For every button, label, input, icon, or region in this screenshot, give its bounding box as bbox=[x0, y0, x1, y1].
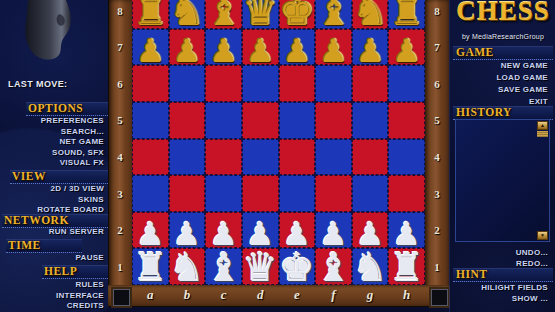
square-e3[interactable] bbox=[279, 175, 316, 212]
menu-item-preferences[interactable]: PREFERENCES bbox=[0, 116, 108, 125]
black-pawn-piece[interactable]: ♟ bbox=[136, 35, 165, 67]
black-bishop-piece[interactable]: ♝ bbox=[206, 0, 242, 31]
rank-label-1: 1 bbox=[108, 261, 132, 273]
white-bishop-piece[interactable]: ♝ bbox=[206, 247, 242, 287]
square-f4[interactable] bbox=[315, 139, 352, 176]
rank-label-3: 3 bbox=[108, 188, 132, 200]
last-move-label: LAST MOVE: bbox=[8, 79, 68, 89]
section-header-hint: HINT bbox=[453, 268, 553, 282]
square-f5[interactable] bbox=[315, 102, 352, 139]
square-b7[interactable]: ♟ bbox=[169, 29, 206, 66]
black-pawn-piece[interactable]: ♟ bbox=[356, 35, 385, 67]
menu-item-save-game[interactable]: SAVE GAME bbox=[450, 85, 555, 94]
menu-item-hilight-fields[interactable]: HILIGHT FIELDS bbox=[450, 283, 555, 292]
square-a3[interactable] bbox=[132, 175, 169, 212]
section-header-view: VIEW bbox=[10, 170, 108, 184]
square-a2[interactable]: ♟ bbox=[132, 212, 169, 249]
white-rook-piece[interactable]: ♜ bbox=[389, 247, 425, 287]
rank-label-8: 8 bbox=[108, 5, 132, 17]
player-portrait bbox=[0, 0, 108, 68]
rank-label-8: 8 bbox=[425, 5, 449, 17]
square-b1[interactable]: ♞ bbox=[169, 248, 206, 285]
black-knight-piece[interactable]: ♞ bbox=[169, 0, 205, 31]
square-f1[interactable]: ♝ bbox=[315, 248, 352, 285]
black-rook-piece[interactable]: ♜ bbox=[389, 0, 425, 31]
black-pawn-piece[interactable]: ♟ bbox=[392, 35, 421, 67]
rank-label-6: 6 bbox=[425, 78, 449, 90]
square-b6[interactable] bbox=[169, 65, 206, 102]
square-c2[interactable]: ♟ bbox=[205, 212, 242, 249]
move-history-list[interactable]: ▲ ▼ bbox=[455, 119, 550, 242]
rank-label-6: 6 bbox=[108, 78, 132, 90]
square-c5[interactable] bbox=[205, 102, 242, 139]
square-h5[interactable] bbox=[388, 102, 425, 139]
menu-item-load-game[interactable]: LOAD GAME bbox=[450, 73, 555, 82]
square-e2[interactable]: ♟ bbox=[279, 212, 316, 249]
rank-label-2: 2 bbox=[108, 224, 132, 236]
square-g1[interactable]: ♞ bbox=[352, 248, 389, 285]
rank-label-5: 5 bbox=[108, 114, 132, 126]
section-header-time: TIME bbox=[6, 239, 82, 253]
black-pawn-piece[interactable]: ♟ bbox=[246, 35, 275, 67]
square-c1[interactable]: ♝ bbox=[205, 248, 242, 285]
black-rook-piece[interactable]: ♜ bbox=[132, 0, 168, 31]
square-c6[interactable] bbox=[205, 65, 242, 102]
square-g3[interactable] bbox=[352, 175, 389, 212]
square-f2[interactable]: ♟ bbox=[315, 212, 352, 249]
square-d1[interactable]: ♛ bbox=[242, 248, 279, 285]
square-c8[interactable]: ♝ bbox=[205, 0, 242, 29]
square-c3[interactable] bbox=[205, 175, 242, 212]
white-knight-piece[interactable]: ♞ bbox=[169, 247, 205, 287]
board-squares[interactable]: ♜♞♝♛♚♝♞♜♟♟♟♟♟♟♟♟♟♟♟♟♟♟♟♟♜♞♝♛♚♝♞♜ bbox=[132, 0, 425, 285]
square-a7[interactable]: ♟ bbox=[132, 29, 169, 66]
black-bishop-piece[interactable]: ♝ bbox=[316, 0, 352, 31]
square-a1[interactable]: ♜ bbox=[132, 248, 169, 285]
square-b4[interactable] bbox=[169, 139, 206, 176]
black-pawn-piece[interactable]: ♟ bbox=[209, 35, 238, 67]
white-king-piece[interactable]: ♚ bbox=[279, 247, 315, 287]
black-queen-piece[interactable]: ♛ bbox=[242, 0, 278, 31]
rank-label-7: 7 bbox=[425, 41, 449, 53]
black-pawn-piece[interactable]: ♟ bbox=[173, 35, 202, 67]
square-e1[interactable]: ♚ bbox=[279, 248, 316, 285]
section-header-help: HELP bbox=[42, 265, 108, 279]
square-d3[interactable] bbox=[242, 175, 279, 212]
square-a6[interactable] bbox=[132, 65, 169, 102]
square-e4[interactable] bbox=[279, 139, 316, 176]
black-pawn-piece[interactable]: ♟ bbox=[319, 35, 348, 67]
square-h1[interactable]: ♜ bbox=[388, 248, 425, 285]
section-header-options: OPTIONS bbox=[26, 102, 108, 116]
square-h4[interactable] bbox=[388, 139, 425, 176]
square-h2[interactable]: ♟ bbox=[388, 212, 425, 249]
square-d4[interactable] bbox=[242, 139, 279, 176]
rank-label-2: 2 bbox=[425, 224, 449, 236]
menu-item-show[interactable]: SHOW ... bbox=[450, 294, 555, 303]
square-e5[interactable] bbox=[279, 102, 316, 139]
white-rook-piece[interactable]: ♜ bbox=[132, 247, 168, 287]
menu-item-credits[interactable]: CREDITS bbox=[0, 301, 108, 310]
square-c4[interactable] bbox=[205, 139, 242, 176]
scrollbar-thumb[interactable] bbox=[537, 131, 548, 137]
section-header-game: GAME bbox=[453, 46, 553, 60]
black-knight-piece[interactable]: ♞ bbox=[352, 0, 388, 31]
rank-label-5: 5 bbox=[425, 114, 449, 126]
menu-item-sound-sfx[interactable]: SOUND, SFX bbox=[0, 148, 108, 157]
rank-label-7: 7 bbox=[108, 41, 132, 53]
square-h3[interactable] bbox=[388, 175, 425, 212]
app-logo-subtitle: by MediaResearchGroup bbox=[450, 33, 555, 40]
square-g8[interactable]: ♞ bbox=[352, 0, 389, 29]
square-e7[interactable]: ♟ bbox=[279, 29, 316, 66]
chess-app-window: LAST MOVE: OPTIONS PREFERENCES SEARCH...… bbox=[0, 0, 555, 312]
square-g2[interactable]: ♟ bbox=[352, 212, 389, 249]
menu-item-visual-fx[interactable]: VISUAL FX bbox=[0, 158, 108, 167]
square-a8[interactable]: ♜ bbox=[132, 0, 169, 29]
square-a4[interactable] bbox=[132, 139, 169, 176]
menu-item-new-game[interactable]: NEW GAME bbox=[450, 61, 555, 70]
square-f7[interactable]: ♟ bbox=[315, 29, 352, 66]
square-d6[interactable] bbox=[242, 65, 279, 102]
square-f8[interactable]: ♝ bbox=[315, 0, 352, 29]
rank-label-1: 1 bbox=[425, 261, 449, 273]
square-f3[interactable] bbox=[315, 175, 352, 212]
rank-labels-right: 87654321 bbox=[425, 0, 449, 306]
left-menu-panel: LAST MOVE: OPTIONS PREFERENCES SEARCH...… bbox=[0, 0, 108, 312]
menu-item-skins[interactable]: SKINS bbox=[0, 195, 108, 204]
white-knight-piece[interactable]: ♞ bbox=[352, 247, 388, 287]
menu-item-exit[interactable]: EXIT bbox=[450, 97, 555, 106]
section-header-network: NETWORK bbox=[2, 214, 108, 228]
square-c7[interactable]: ♟ bbox=[205, 29, 242, 66]
app-logo: CHESS bbox=[450, 0, 555, 27]
black-pawn-piece[interactable]: ♟ bbox=[282, 35, 311, 67]
rank-label-4: 4 bbox=[425, 151, 449, 163]
square-d8[interactable]: ♛ bbox=[242, 0, 279, 29]
square-h8[interactable]: ♜ bbox=[388, 0, 425, 29]
scroll-up-icon[interactable]: ▲ bbox=[537, 121, 548, 130]
square-d7[interactable]: ♟ bbox=[242, 29, 279, 66]
square-e6[interactable] bbox=[279, 65, 316, 102]
menu-item-net-game[interactable]: NET GAME bbox=[0, 137, 108, 146]
section-header-history: HISTORY bbox=[453, 106, 553, 120]
menu-item-2d-3d-view[interactable]: 2D / 3D VIEW bbox=[0, 184, 108, 193]
menu-item-pause[interactable]: PAUSE bbox=[0, 253, 108, 262]
square-b8[interactable]: ♞ bbox=[169, 0, 206, 29]
white-queen-piece[interactable]: ♛ bbox=[242, 247, 278, 287]
square-b5[interactable] bbox=[169, 102, 206, 139]
menu-item-undo[interactable]: UNDO... bbox=[450, 248, 555, 257]
square-g7[interactable]: ♟ bbox=[352, 29, 389, 66]
black-king-piece[interactable]: ♚ bbox=[279, 0, 315, 31]
menu-item-rotate-board[interactable]: ROTATE BOARD bbox=[0, 205, 108, 214]
rank-label-3: 3 bbox=[425, 188, 449, 200]
menu-item-interface[interactable]: INTERFACE bbox=[0, 291, 108, 300]
menu-item-redo[interactable]: REDO... bbox=[450, 259, 555, 268]
square-d5[interactable] bbox=[242, 102, 279, 139]
rank-label-4: 4 bbox=[108, 151, 132, 163]
white-bishop-piece[interactable]: ♝ bbox=[316, 247, 352, 287]
square-h7[interactable]: ♟ bbox=[388, 29, 425, 66]
square-g5[interactable] bbox=[352, 102, 389, 139]
square-f6[interactable] bbox=[315, 65, 352, 102]
square-a5[interactable] bbox=[132, 102, 169, 139]
right-menu-panel: CHESS by MediaResearchGroup GAME NEW GAM… bbox=[449, 0, 555, 312]
square-b2[interactable]: ♟ bbox=[169, 212, 206, 249]
square-g4[interactable] bbox=[352, 139, 389, 176]
square-b3[interactable] bbox=[169, 175, 206, 212]
square-e8[interactable]: ♚ bbox=[279, 0, 316, 29]
scroll-down-icon[interactable]: ▼ bbox=[537, 231, 548, 240]
square-g6[interactable] bbox=[352, 65, 389, 102]
square-d2[interactable]: ♟ bbox=[242, 212, 279, 249]
menu-item-run-server[interactable]: RUN SERVER bbox=[0, 227, 108, 236]
square-h6[interactable] bbox=[388, 65, 425, 102]
rank-labels-left: 87654321 bbox=[108, 0, 132, 306]
menu-item-rules[interactable]: RULES bbox=[0, 280, 108, 289]
menu-item-search[interactable]: SEARCH... bbox=[0, 127, 108, 136]
